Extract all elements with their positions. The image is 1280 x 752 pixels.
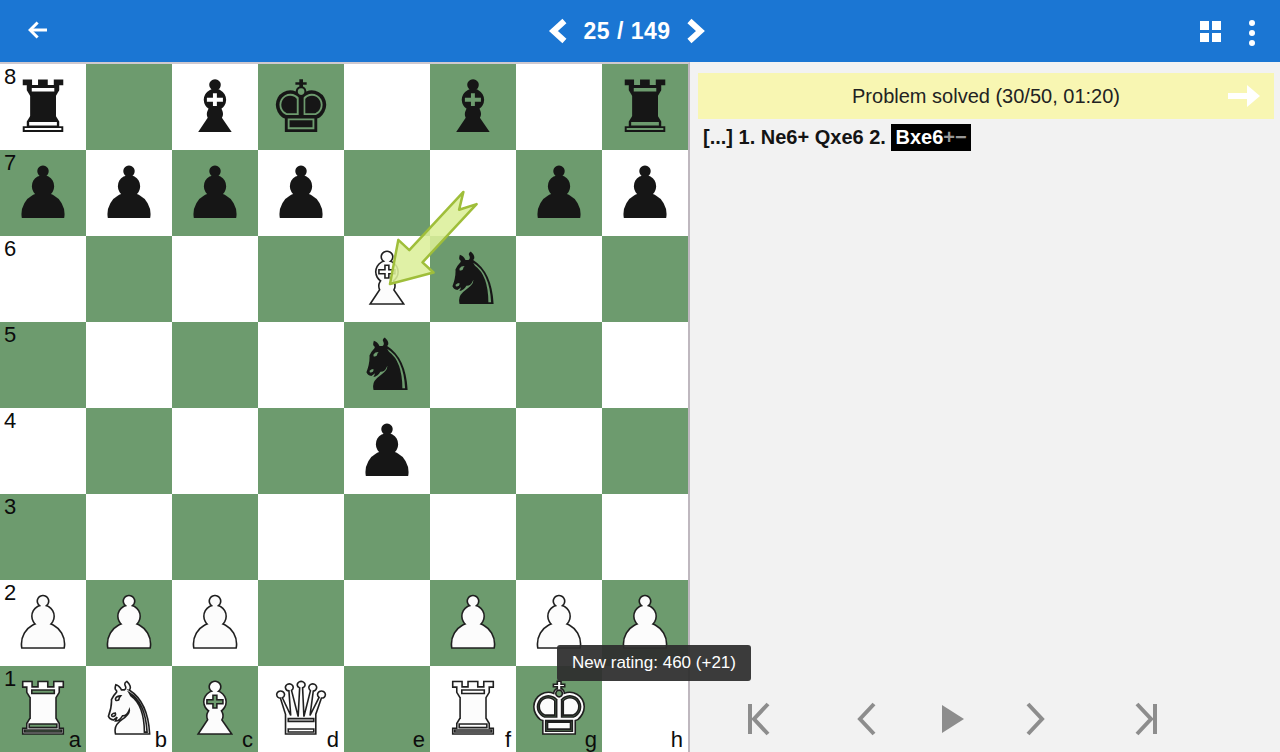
piece-black-pawn-g7[interactable]: ♟ <box>516 150 602 236</box>
square-c2[interactable]: ♟ <box>172 580 258 666</box>
square-c8[interactable]: ♝ <box>172 64 258 150</box>
square-b3[interactable] <box>86 494 172 580</box>
piece-black-knight-e5[interactable]: ♞ <box>344 322 430 408</box>
file-label: d <box>327 727 339 752</box>
piece-black-pawn-h7[interactable]: ♟ <box>602 150 688 236</box>
square-d5[interactable] <box>258 322 344 408</box>
square-d8[interactable]: ♚ <box>258 64 344 150</box>
piece-black-pawn-e4[interactable]: ♟ <box>344 408 430 494</box>
piece-white-pawn-b2[interactable]: ♟ <box>86 580 172 666</box>
piece-white-pawn-f2[interactable]: ♟ <box>430 580 516 666</box>
move-list-prefix: [...] 1. Ne6+ Qxe6 2. <box>703 126 891 148</box>
square-e6[interactable]: ♝ <box>344 236 430 322</box>
square-g5[interactable] <box>516 322 602 408</box>
square-h3[interactable] <box>602 494 688 580</box>
next-problem-arrow-button[interactable] <box>1224 82 1264 110</box>
square-c3[interactable] <box>172 494 258 580</box>
square-c4[interactable] <box>172 408 258 494</box>
square-h8[interactable]: ♜ <box>602 64 688 150</box>
back-button[interactable] <box>20 15 54 49</box>
piece-black-bishop-f8[interactable]: ♝ <box>430 64 516 150</box>
rank-label: 3 <box>4 494 16 520</box>
piece-black-bishop-c8[interactable]: ♝ <box>172 64 258 150</box>
square-e8[interactable] <box>344 64 430 150</box>
square-g8[interactable] <box>516 64 602 150</box>
square-a6[interactable]: 6 <box>0 236 86 322</box>
square-g3[interactable] <box>516 494 602 580</box>
page-title: 25 / 149 <box>583 18 670 45</box>
piece-black-king-d8[interactable]: ♚ <box>258 64 344 150</box>
square-g4[interactable] <box>516 408 602 494</box>
square-f6[interactable]: ♞ <box>430 236 516 322</box>
square-b5[interactable] <box>86 322 172 408</box>
square-e2[interactable] <box>344 580 430 666</box>
go-to-end-button[interactable] <box>1122 695 1170 743</box>
square-b6[interactable] <box>86 236 172 322</box>
square-f8[interactable]: ♝ <box>430 64 516 150</box>
square-b7[interactable]: ♟ <box>86 150 172 236</box>
rank-label: 2 <box>4 580 16 606</box>
square-c5[interactable] <box>172 322 258 408</box>
square-a8[interactable]: 8♜ <box>0 64 86 150</box>
file-label: g <box>585 727 597 752</box>
current-move-highlight[interactable]: Bxe6+− <box>891 124 970 151</box>
piece-white-pawn-c2[interactable]: ♟ <box>172 580 258 666</box>
square-g6[interactable] <box>516 236 602 322</box>
file-label: h <box>671 727 683 752</box>
problem-solved-text: Problem solved (30/50, 01:20) <box>852 85 1120 108</box>
piece-black-pawn-c7[interactable]: ♟ <box>172 150 258 236</box>
piece-black-knight-f6[interactable]: ♞ <box>430 236 516 322</box>
rank-label: 1 <box>4 666 16 692</box>
square-f4[interactable] <box>430 408 516 494</box>
current-move: Bxe6 <box>895 126 943 148</box>
square-d2[interactable] <box>258 580 344 666</box>
rank-label: 8 <box>4 64 16 90</box>
square-b8[interactable] <box>86 64 172 150</box>
file-label: e <box>413 727 425 752</box>
square-c7[interactable]: ♟ <box>172 150 258 236</box>
square-f2[interactable]: ♟ <box>430 580 516 666</box>
rank-label: 5 <box>4 322 16 348</box>
next-move-button[interactable] <box>1010 695 1058 743</box>
square-b1[interactable]: b♞ <box>86 666 172 752</box>
square-f1[interactable]: f♜ <box>430 666 516 752</box>
square-c6[interactable] <box>172 236 258 322</box>
square-c1[interactable]: c♝ <box>172 666 258 752</box>
square-f3[interactable] <box>430 494 516 580</box>
piece-black-pawn-b7[interactable]: ♟ <box>86 150 172 236</box>
square-e5[interactable]: ♞ <box>344 322 430 408</box>
play-button[interactable] <box>926 695 974 743</box>
rank-label: 7 <box>4 150 16 176</box>
square-h4[interactable] <box>602 408 688 494</box>
square-b4[interactable] <box>86 408 172 494</box>
rating-tooltip: New rating: 460 (+21) <box>557 645 751 681</box>
square-a2[interactable]: 2♟ <box>0 580 86 666</box>
problem-pager: 25 / 149 <box>547 0 706 62</box>
square-e3[interactable] <box>344 494 430 580</box>
square-d4[interactable] <box>258 408 344 494</box>
square-b2[interactable]: ♟ <box>86 580 172 666</box>
square-f5[interactable] <box>430 322 516 408</box>
square-h5[interactable] <box>602 322 688 408</box>
square-d7[interactable]: ♟ <box>258 150 344 236</box>
evaluation-symbol: +− <box>943 126 966 148</box>
square-a5[interactable]: 5 <box>0 322 86 408</box>
piece-white-rook-f1[interactable]: ♜ <box>430 666 516 752</box>
square-e4[interactable]: ♟ <box>344 408 430 494</box>
square-h7[interactable]: ♟ <box>602 150 688 236</box>
app-bar: 25 / 149 <box>0 0 1280 62</box>
square-d6[interactable] <box>258 236 344 322</box>
back-arrow-icon <box>22 15 52 49</box>
square-d1[interactable]: d♛ <box>258 666 344 752</box>
overflow-menu-icon[interactable] <box>1244 18 1260 48</box>
piece-black-pawn-d7[interactable]: ♟ <box>258 150 344 236</box>
file-label: a <box>69 727 81 752</box>
piece-black-rook-h8[interactable]: ♜ <box>602 64 688 150</box>
square-f7[interactable] <box>430 150 516 236</box>
file-label: c <box>242 727 253 752</box>
next-problem-button[interactable] <box>685 17 707 45</box>
square-a4[interactable]: 4 <box>0 408 86 494</box>
square-a3[interactable]: 3 <box>0 494 86 580</box>
file-label: b <box>155 727 167 752</box>
square-e1[interactable]: e <box>344 666 430 752</box>
previous-move-button[interactable] <box>844 695 892 743</box>
move-list[interactable]: [...] 1. Ne6+ Qxe6 2. Bxe6+− <box>703 126 971 149</box>
square-g7[interactable]: ♟ <box>516 150 602 236</box>
square-d3[interactable] <box>258 494 344 580</box>
problem-solved-banner: Problem solved (30/50, 01:20) <box>698 73 1274 119</box>
go-to-start-button[interactable] <box>735 695 783 743</box>
file-label: f <box>505 727 511 752</box>
square-e7[interactable] <box>344 150 430 236</box>
square-a7[interactable]: 7♟ <box>0 150 86 236</box>
square-h6[interactable] <box>602 236 688 322</box>
piece-white-bishop-e6[interactable]: ♝ <box>344 236 430 322</box>
rank-label: 4 <box>4 408 16 434</box>
prev-problem-button[interactable] <box>547 17 569 45</box>
square-a1[interactable]: 1a♜ <box>0 666 86 752</box>
grid-view-icon[interactable] <box>1200 21 1222 43</box>
rank-label: 6 <box>4 236 16 262</box>
